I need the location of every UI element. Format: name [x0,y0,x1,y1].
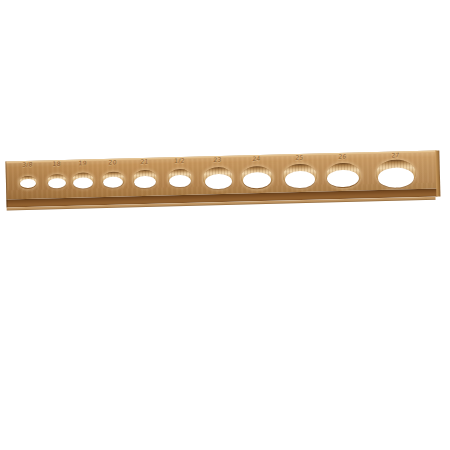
hole-opening [378,168,414,188]
hole-opening [204,173,231,189]
gauge-hole [203,167,234,189]
gauge-hole [376,159,417,188]
hole-opening [20,179,36,188]
hole-opening [284,171,315,188]
hole-size-stamp: 3/8 [16,161,39,168]
hole-opening [103,176,124,188]
gauge-hole [19,175,37,188]
gauge-bar: 3/8181920211/22324252627 [5,151,440,211]
hole-size-stamp: 26 [331,153,354,160]
gauge-hole [241,165,274,189]
hole-size-stamp: 24 [245,155,268,162]
hole-opening [134,175,156,188]
photo-canvas: 3/8181920211/22324252627 [0,0,450,450]
hole-opening [327,170,359,188]
hole-size-stamp: 19 [71,160,94,167]
gauge-right-end-facet [435,151,440,197]
hole-size-stamp: 27 [384,152,407,159]
gauge-hole [47,174,67,189]
hole-opening [48,178,66,188]
hole-size-stamp: 18 [45,161,68,168]
hole-size-stamp: 23 [206,156,229,163]
hole-size-stamp: 21 [133,158,156,165]
hole-opening [73,177,93,189]
hole-opening [169,174,191,187]
hole-size-stamp: 25 [288,154,311,161]
gauge-hole [283,164,318,189]
gauge-hole [101,171,124,188]
gauge-hole [72,172,94,189]
hole-size-stamp: 1/2 [168,157,191,164]
gauge-hole [168,169,192,187]
hole-size-stamp: 20 [101,159,124,166]
hole-opening [242,172,271,189]
gauge-hole [325,162,361,188]
gauge-hole [133,170,157,188]
